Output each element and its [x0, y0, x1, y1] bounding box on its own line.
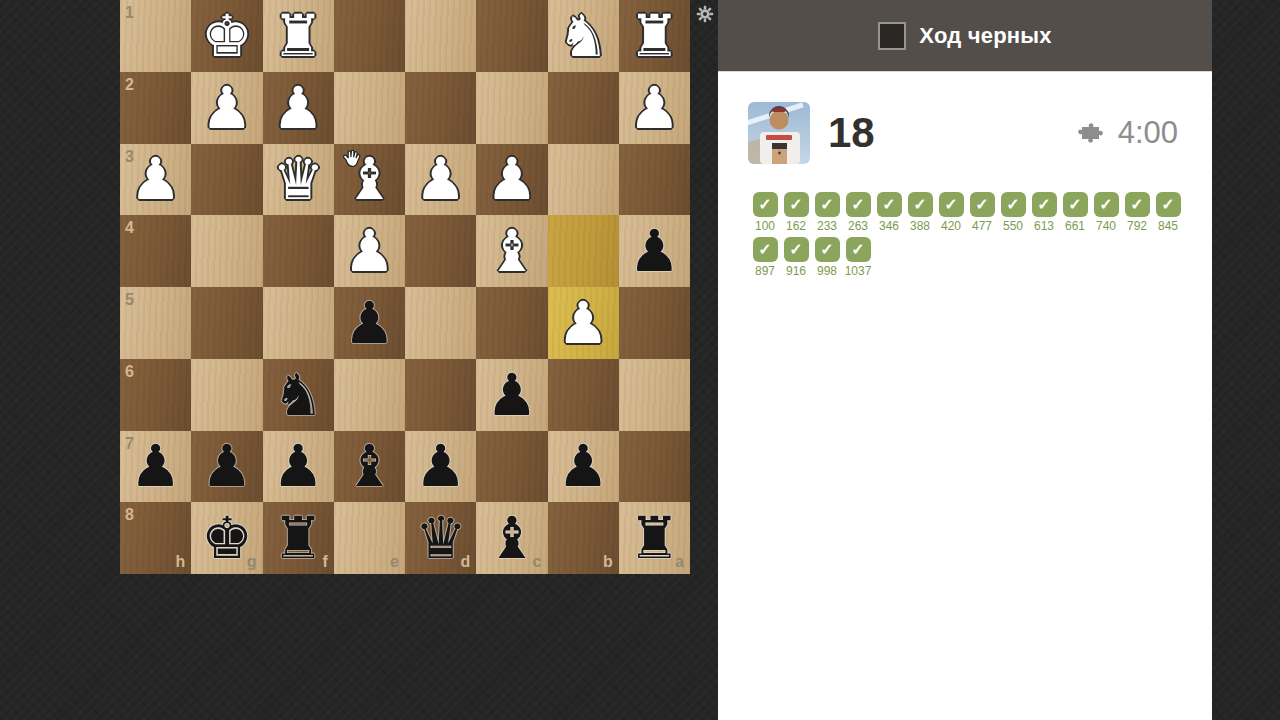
rank-label-7: 7 [125, 435, 134, 453]
solved-puzzle[interactable]: ✓100 [752, 192, 778, 233]
check-icon: ✓ [877, 192, 902, 217]
square-d8[interactable]: d♛ [405, 502, 476, 574]
square-e8[interactable]: e [334, 502, 405, 574]
square-g5[interactable] [191, 287, 262, 359]
puzzle-rating: 1037 [845, 264, 872, 278]
square-c5[interactable] [476, 287, 547, 359]
square-f1[interactable]: ♜ [263, 0, 334, 72]
turn-indicator-bar: Ход черных [718, 0, 1212, 72]
solved-puzzle[interactable]: ✓897 [752, 237, 778, 278]
square-b4[interactable] [548, 215, 619, 287]
square-b7[interactable]: ♟ [548, 431, 619, 503]
chessboard[interactable]: 1♚♜♞♜2♟♟♟3♟♛♝♟♟4♟♝♟5♟♟6♞♟7♟♟♟♝♟♟8hg♚f♜ed… [120, 0, 690, 574]
square-h5[interactable]: 5 [120, 287, 191, 359]
solved-puzzle[interactable]: ✓233 [814, 192, 840, 233]
hand-cursor-icon [341, 149, 363, 174]
puzzle-rating: 792 [1127, 219, 1147, 233]
solved-puzzle[interactable]: ✓263 [845, 192, 871, 233]
white-pawn-h3[interactable]: ♟ [130, 150, 182, 208]
file-label-c: c [533, 553, 542, 571]
puzzle-icon [1076, 121, 1108, 145]
square-f6[interactable]: ♞ [263, 359, 334, 431]
black-to-move-swatch [878, 22, 906, 50]
square-b8[interactable]: b [548, 502, 619, 574]
solved-puzzle[interactable]: ✓613 [1031, 192, 1057, 233]
black-pawn-a4[interactable]: ♟ [628, 222, 680, 280]
square-b1[interactable]: ♞ [548, 0, 619, 72]
settings-gear-icon[interactable] [696, 5, 714, 23]
white-pawn-e4[interactable]: ♟ [343, 222, 395, 280]
puzzle-rating: 420 [941, 219, 961, 233]
puzzle-rating: 162 [786, 219, 806, 233]
check-icon: ✓ [846, 237, 871, 262]
file-label-h: h [175, 553, 185, 571]
white-pawn-c3[interactable]: ♟ [486, 150, 538, 208]
black-pawn-h7[interactable]: ♟ [130, 437, 182, 495]
square-c4[interactable]: ♝ [476, 215, 547, 287]
file-label-f: f [322, 553, 327, 571]
rank-label-2: 2 [125, 76, 134, 94]
score-counter: 18 [828, 109, 875, 157]
check-icon: ✓ [815, 237, 840, 262]
square-g8[interactable]: g♚ [191, 502, 262, 574]
rank-label-6: 6 [125, 363, 134, 381]
solved-puzzle[interactable]: ✓388 [907, 192, 933, 233]
file-label-d: d [460, 553, 470, 571]
solved-puzzles-list: ✓100✓162✓233✓263✓346✓388✓420✓477✓550✓613… [718, 164, 1212, 278]
puzzle-rating: 263 [848, 219, 868, 233]
check-icon: ✓ [1094, 192, 1119, 217]
check-icon: ✓ [908, 192, 933, 217]
square-g6[interactable] [191, 359, 262, 431]
square-g3[interactable] [191, 144, 262, 216]
check-icon: ✓ [1156, 192, 1181, 217]
puzzle-rating: 388 [910, 219, 930, 233]
square-a6[interactable] [619, 359, 690, 431]
white-king-g1[interactable]: ♚ [201, 7, 253, 65]
check-icon: ✓ [784, 192, 809, 217]
square-f4[interactable] [263, 215, 334, 287]
white-rook-a1[interactable]: ♜ [628, 7, 680, 65]
square-c7[interactable] [476, 431, 547, 503]
puzzle-rating: 916 [786, 264, 806, 278]
square-f8[interactable]: f♜ [263, 502, 334, 574]
check-icon: ✓ [815, 192, 840, 217]
square-h7[interactable]: 7♟ [120, 431, 191, 503]
square-a1[interactable]: ♜ [619, 0, 690, 72]
square-g7[interactable]: ♟ [191, 431, 262, 503]
square-d5[interactable] [405, 287, 476, 359]
square-a7[interactable] [619, 431, 690, 503]
square-b3[interactable] [548, 144, 619, 216]
square-e5[interactable]: ♟ [334, 287, 405, 359]
square-b2[interactable] [548, 72, 619, 144]
check-icon: ✓ [939, 192, 964, 217]
check-icon: ✓ [1001, 192, 1026, 217]
black-bishop-e7[interactable]: ♝ [343, 437, 395, 495]
square-d7[interactable]: ♟ [405, 431, 476, 503]
square-h8[interactable]: 8h [120, 502, 191, 574]
square-e4[interactable]: ♟ [334, 215, 405, 287]
turn-label: Ход черных [919, 23, 1051, 49]
square-c1[interactable] [476, 0, 547, 72]
square-h4[interactable]: 4 [120, 215, 191, 287]
puzzle-rating: 613 [1034, 219, 1054, 233]
solved-puzzle[interactable]: ✓420 [938, 192, 964, 233]
square-b5[interactable]: ♟ [548, 287, 619, 359]
rank-label-8: 8 [125, 506, 134, 524]
black-pawn-e5[interactable]: ♟ [343, 294, 395, 352]
file-label-e: e [390, 553, 399, 571]
puzzle-rating: 100 [755, 219, 775, 233]
square-a3[interactable] [619, 144, 690, 216]
white-pawn-a2[interactable]: ♟ [628, 79, 680, 137]
black-pawn-f7[interactable]: ♟ [272, 437, 324, 495]
square-h1[interactable]: 1 [120, 0, 191, 72]
solved-puzzle[interactable]: ✓1037 [845, 237, 871, 278]
black-queen-d8[interactable]: ♛ [415, 509, 467, 567]
square-c2[interactable] [476, 72, 547, 144]
check-icon: ✓ [753, 237, 778, 262]
square-d1[interactable] [405, 0, 476, 72]
black-knight-f6[interactable]: ♞ [272, 366, 324, 424]
solved-puzzle[interactable]: ✓916 [783, 237, 809, 278]
square-e7[interactable]: ♝ [334, 431, 405, 503]
puzzle-rating: 233 [817, 219, 837, 233]
black-pawn-g7[interactable]: ♟ [201, 437, 253, 495]
square-g1[interactable]: ♚ [191, 0, 262, 72]
square-h6[interactable]: 6 [120, 359, 191, 431]
white-pawn-f2[interactable]: ♟ [272, 79, 324, 137]
square-a4[interactable]: ♟ [619, 215, 690, 287]
solved-puzzle[interactable]: ✓550 [1000, 192, 1026, 233]
black-rook-f8[interactable]: ♜ [272, 509, 324, 567]
check-icon: ✓ [784, 237, 809, 262]
black-pawn-c6[interactable]: ♟ [486, 366, 538, 424]
square-f7[interactable]: ♟ [263, 431, 334, 503]
black-pawn-d7[interactable]: ♟ [415, 437, 467, 495]
white-rook-f1[interactable]: ♜ [272, 7, 324, 65]
square-e6[interactable] [334, 359, 405, 431]
square-b6[interactable] [548, 359, 619, 431]
black-bishop-c8[interactable]: ♝ [486, 509, 538, 567]
square-h2[interactable]: 2 [120, 72, 191, 144]
solved-puzzle[interactable]: ✓162 [783, 192, 809, 233]
puzzle-rating: 477 [972, 219, 992, 233]
rank-label-1: 1 [125, 4, 134, 22]
square-f3[interactable]: ♛ [263, 144, 334, 216]
player-row: 18 4:00 [718, 72, 1212, 164]
rank-label-5: 5 [125, 291, 134, 309]
puzzle-rating: 661 [1065, 219, 1085, 233]
white-queen-f3[interactable]: ♛ [272, 150, 324, 208]
square-f2[interactable]: ♟ [263, 72, 334, 144]
square-a8[interactable]: a♜ [619, 502, 690, 574]
square-f5[interactable] [263, 287, 334, 359]
puzzle-rating: 998 [817, 264, 837, 278]
check-icon: ✓ [1063, 192, 1088, 217]
puzzle-rating: 897 [755, 264, 775, 278]
file-label-a: a [675, 553, 684, 571]
square-c3[interactable]: ♟ [476, 144, 547, 216]
solved-puzzle[interactable]: ✓477 [969, 192, 995, 233]
check-icon: ✓ [1032, 192, 1057, 217]
puzzle-panel: Ход черных 18 [718, 0, 1212, 720]
white-pawn-g2[interactable]: ♟ [201, 79, 253, 137]
square-e1[interactable] [334, 0, 405, 72]
solved-puzzle[interactable]: ✓661 [1062, 192, 1088, 233]
check-icon: ✓ [753, 192, 778, 217]
square-g4[interactable] [191, 215, 262, 287]
square-e2[interactable] [334, 72, 405, 144]
check-icon: ✓ [1125, 192, 1150, 217]
square-d2[interactable] [405, 72, 476, 144]
solved-puzzle[interactable]: ✓998 [814, 237, 840, 278]
white-knight-b1[interactable]: ♞ [557, 7, 609, 65]
white-bishop-c4[interactable]: ♝ [486, 222, 538, 280]
check-icon: ✓ [846, 192, 871, 217]
timer-value: 4:00 [1118, 115, 1178, 151]
white-pawn-d3[interactable]: ♟ [415, 150, 467, 208]
solved-puzzle[interactable]: ✓792 [1124, 192, 1150, 233]
square-a5[interactable] [619, 287, 690, 359]
square-c6[interactable]: ♟ [476, 359, 547, 431]
solved-puzzle[interactable]: ✓845 [1155, 192, 1181, 233]
puzzle-rating: 845 [1158, 219, 1178, 233]
file-label-b: b [603, 553, 613, 571]
file-label-g: g [247, 553, 257, 571]
square-d4[interactable] [405, 215, 476, 287]
rank-label-3: 3 [125, 148, 134, 166]
check-icon: ✓ [970, 192, 995, 217]
square-a2[interactable]: ♟ [619, 72, 690, 144]
white-pawn-b5[interactable]: ♟ [557, 294, 609, 352]
square-c8[interactable]: c♝ [476, 502, 547, 574]
solved-puzzle[interactable]: ✓740 [1093, 192, 1119, 233]
avatar[interactable] [748, 102, 810, 164]
rank-label-4: 4 [125, 219, 134, 237]
timer-group: 4:00 [1076, 115, 1178, 151]
puzzle-rating: 740 [1096, 219, 1116, 233]
square-h3[interactable]: 3♟ [120, 144, 191, 216]
square-d6[interactable] [405, 359, 476, 431]
square-d3[interactable]: ♟ [405, 144, 476, 216]
black-king-g8[interactable]: ♚ [201, 509, 253, 567]
square-g2[interactable]: ♟ [191, 72, 262, 144]
solved-puzzle[interactable]: ✓346 [876, 192, 902, 233]
black-pawn-b7[interactable]: ♟ [557, 437, 609, 495]
black-rook-a8[interactable]: ♜ [628, 509, 680, 567]
puzzle-rating: 550 [1003, 219, 1023, 233]
puzzle-rating: 346 [879, 219, 899, 233]
